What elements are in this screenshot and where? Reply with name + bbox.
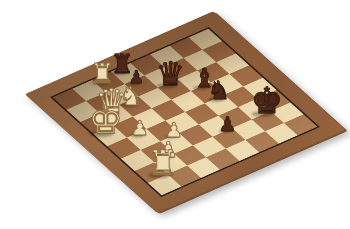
chess-board [25,11,345,213]
chessboard-product-photo: ♜♟♟♚♟♟♞♚♝♛♞♛♟♜♜ [0,0,350,229]
board-grid [50,27,320,197]
